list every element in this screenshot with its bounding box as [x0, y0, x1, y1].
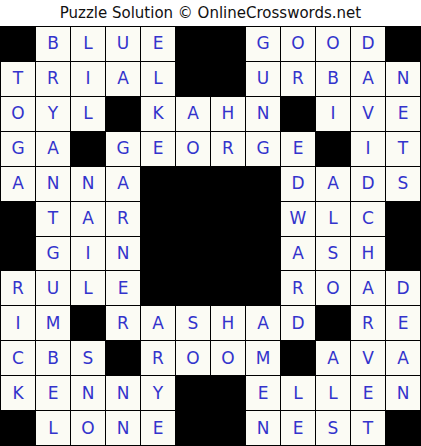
black-cell-r8c8 — [246, 271, 280, 305]
letter-cell-r5c11: D — [351, 167, 385, 201]
letter-cell-r6c11: C — [351, 202, 385, 236]
black-cell-r9c3 — [71, 306, 105, 340]
letter-cell-r10c11: V — [351, 341, 385, 375]
letter-cell-r2c10: B — [316, 62, 350, 96]
letter-cell-r2c5: L — [141, 62, 175, 96]
letter-cell-r11c5: Y — [141, 376, 175, 410]
letter-cell-r3c7: H — [211, 97, 245, 131]
letter-cell-r10c10: A — [316, 341, 350, 375]
letter-cell-r9c7: H — [211, 306, 245, 340]
letter-cell-r11c2: E — [36, 376, 70, 410]
letter-cell-r4c2: A — [36, 132, 70, 166]
black-cell-r2c7 — [211, 62, 245, 96]
letter-cell-r8c10: O — [316, 271, 350, 305]
letter-cell-r10c12: A — [386, 341, 420, 375]
letter-cell-r10c8: M — [246, 341, 280, 375]
black-cell-r1c12 — [386, 27, 420, 61]
letter-cell-r9c6: S — [176, 306, 210, 340]
letter-cell-r8c11: A — [351, 271, 385, 305]
letter-cell-r12c2: L — [36, 411, 70, 445]
black-cell-r5c5 — [141, 167, 175, 201]
letter-cell-r1c10: O — [316, 27, 350, 61]
letter-cell-r1c4: U — [106, 27, 140, 61]
letter-cell-r8c3: L — [71, 271, 105, 305]
letter-cell-r1c11: D — [351, 27, 385, 61]
letter-cell-r6c3: A — [71, 202, 105, 236]
letter-cell-r12c9: E — [281, 411, 315, 445]
letter-cell-r9c11: R — [351, 306, 385, 340]
letter-cell-r9c1: I — [1, 306, 35, 340]
letter-cell-r7c2: G — [36, 237, 70, 271]
black-cell-r12c7 — [211, 411, 245, 445]
letter-cell-r11c3: N — [71, 376, 105, 410]
letter-cell-r10c1: C — [1, 341, 35, 375]
letter-cell-r11c4: N — [106, 376, 140, 410]
black-cell-r12c6 — [176, 411, 210, 445]
letter-cell-r3c2: Y — [36, 97, 70, 131]
letter-cell-r3c10: I — [316, 97, 350, 131]
black-cell-r5c8 — [246, 167, 280, 201]
letter-cell-r4c1: G — [1, 132, 35, 166]
black-cell-r12c1 — [1, 411, 35, 445]
black-cell-r7c6 — [176, 237, 210, 271]
letter-cell-r9c4: R — [106, 306, 140, 340]
letter-cell-r3c1: O — [1, 97, 35, 131]
letter-cell-r1c8: G — [246, 27, 280, 61]
letter-cell-r1c5: E — [141, 27, 175, 61]
letter-cell-r11c9: L — [281, 376, 315, 410]
letter-cell-r4c8: G — [246, 132, 280, 166]
letter-cell-r8c12: D — [386, 271, 420, 305]
black-cell-r7c1 — [1, 237, 35, 271]
letter-cell-r11c1: K — [1, 376, 35, 410]
letter-cell-r5c9: D — [281, 167, 315, 201]
letter-cell-r4c7: R — [211, 132, 245, 166]
letter-cell-r3c5: K — [141, 97, 175, 131]
letter-cell-r7c3: I — [71, 237, 105, 271]
black-cell-r4c3 — [71, 132, 105, 166]
letter-cell-r4c4: G — [106, 132, 140, 166]
letter-cell-r3c12: E — [386, 97, 420, 131]
black-cell-r1c7 — [211, 27, 245, 61]
letter-cell-r2c12: N — [386, 62, 420, 96]
letter-cell-r12c4: N — [106, 411, 140, 445]
crossword-grid: BLUEGOODTRIALURBANOYLKAHNIVEGAGEORGEITAN… — [0, 26, 421, 446]
letter-cell-r5c4: A — [106, 167, 140, 201]
letter-cell-r11c8: E — [246, 376, 280, 410]
black-cell-r6c7 — [211, 202, 245, 236]
black-cell-r7c7 — [211, 237, 245, 271]
letter-cell-r3c8: N — [246, 97, 280, 131]
letter-cell-r9c8: A — [246, 306, 280, 340]
black-cell-r4c10 — [316, 132, 350, 166]
letter-cell-r5c3: N — [71, 167, 105, 201]
letter-cell-r5c1: A — [1, 167, 35, 201]
letter-cell-r9c5: A — [141, 306, 175, 340]
letter-cell-r7c4: N — [106, 237, 140, 271]
letter-cell-r5c12: S — [386, 167, 420, 201]
black-cell-r3c9 — [281, 97, 315, 131]
black-cell-r8c7 — [211, 271, 245, 305]
letter-cell-r12c8: N — [246, 411, 280, 445]
letter-cell-r12c11: T — [351, 411, 385, 445]
letter-cell-r4c12: T — [386, 132, 420, 166]
letter-cell-r5c2: N — [36, 167, 70, 201]
letter-cell-r10c3: S — [71, 341, 105, 375]
black-cell-r5c6 — [176, 167, 210, 201]
black-cell-r11c7 — [211, 376, 245, 410]
letter-cell-r3c6: A — [176, 97, 210, 131]
letter-cell-r4c6: O — [176, 132, 210, 166]
black-cell-r6c1 — [1, 202, 35, 236]
letter-cell-r2c4: A — [106, 62, 140, 96]
letter-cell-r4c11: I — [351, 132, 385, 166]
letter-cell-r6c4: R — [106, 202, 140, 236]
black-cell-r1c1 — [1, 27, 35, 61]
letter-cell-r12c10: S — [316, 411, 350, 445]
black-cell-r3c4 — [106, 97, 140, 131]
page-title: Puzzle Solution © OnlineCrosswords.net — [0, 0, 421, 26]
letter-cell-r1c3: L — [71, 27, 105, 61]
letter-cell-r9c9: D — [281, 306, 315, 340]
black-cell-r8c5 — [141, 271, 175, 305]
black-cell-r6c5 — [141, 202, 175, 236]
letter-cell-r3c11: V — [351, 97, 385, 131]
letter-cell-r5c10: A — [316, 167, 350, 201]
black-cell-r6c8 — [246, 202, 280, 236]
letter-cell-r2c11: A — [351, 62, 385, 96]
letter-cell-r7c10: S — [316, 237, 350, 271]
letter-cell-r12c3: O — [71, 411, 105, 445]
black-cell-r5c7 — [211, 167, 245, 201]
letter-cell-r6c10: L — [316, 202, 350, 236]
puzzle-solution-page: Puzzle Solution © OnlineCrosswords.net B… — [0, 0, 421, 446]
letter-cell-r2c8: U — [246, 62, 280, 96]
letter-cell-r6c9: W — [281, 202, 315, 236]
black-cell-r7c12 — [386, 237, 420, 271]
letter-cell-r1c2: B — [36, 27, 70, 61]
black-cell-r10c4 — [106, 341, 140, 375]
letter-cell-r2c9: R — [281, 62, 315, 96]
black-cell-r7c8 — [246, 237, 280, 271]
letter-cell-r4c9: E — [281, 132, 315, 166]
letter-cell-r2c2: R — [36, 62, 70, 96]
letter-cell-r7c11: H — [351, 237, 385, 271]
black-cell-r9c10 — [316, 306, 350, 340]
letter-cell-r11c12: N — [386, 376, 420, 410]
letter-cell-r3c3: L — [71, 97, 105, 131]
letter-cell-r10c6: O — [176, 341, 210, 375]
black-cell-r7c5 — [141, 237, 175, 271]
black-cell-r1c6 — [176, 27, 210, 61]
letter-cell-r4c5: E — [141, 132, 175, 166]
letter-cell-r8c4: E — [106, 271, 140, 305]
letter-cell-r10c7: O — [211, 341, 245, 375]
letter-cell-r8c9: R — [281, 271, 315, 305]
letter-cell-r8c1: R — [1, 271, 35, 305]
black-cell-r11c6 — [176, 376, 210, 410]
letter-cell-r11c11: E — [351, 376, 385, 410]
black-cell-r6c12 — [386, 202, 420, 236]
black-cell-r8c6 — [176, 271, 210, 305]
letter-cell-r9c2: M — [36, 306, 70, 340]
letter-cell-r1c9: O — [281, 27, 315, 61]
black-cell-r6c6 — [176, 202, 210, 236]
black-cell-r10c9 — [281, 341, 315, 375]
letter-cell-r12c5: E — [141, 411, 175, 445]
letter-cell-r11c10: L — [316, 376, 350, 410]
black-cell-r12c12 — [386, 411, 420, 445]
letter-cell-r10c5: R — [141, 341, 175, 375]
letter-cell-r2c3: I — [71, 62, 105, 96]
letter-cell-r8c2: U — [36, 271, 70, 305]
letter-cell-r2c1: T — [1, 62, 35, 96]
black-cell-r2c6 — [176, 62, 210, 96]
letter-cell-r10c2: B — [36, 341, 70, 375]
letter-cell-r7c9: A — [281, 237, 315, 271]
letter-cell-r9c12: E — [386, 306, 420, 340]
letter-cell-r6c2: T — [36, 202, 70, 236]
